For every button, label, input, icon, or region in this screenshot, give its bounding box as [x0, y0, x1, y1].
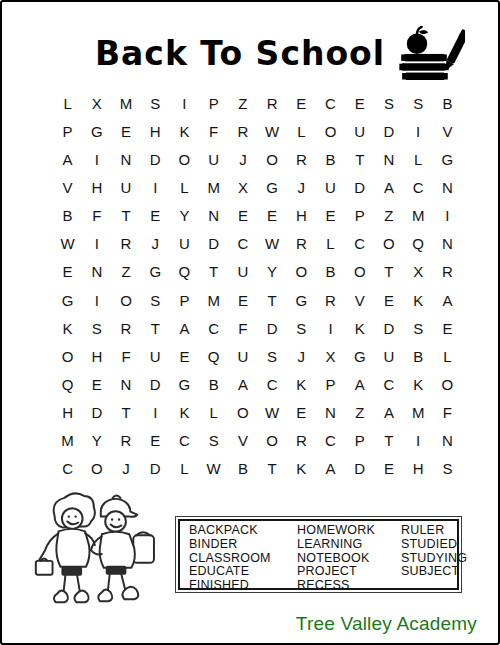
- grid-cell-r8c1[interactable]: G: [53, 286, 82, 314]
- grid-cell-r13c4[interactable]: E: [141, 427, 170, 455]
- grid-cell-r10c11[interactable]: G: [345, 342, 374, 370]
- grid-cell-r12c1[interactable]: H: [53, 399, 82, 427]
- grid-cell-r8c7[interactable]: E: [228, 286, 257, 314]
- grid-cell-r6c8[interactable]: W: [257, 230, 286, 258]
- grid-cell-r5c7[interactable]: E: [228, 202, 257, 230]
- grid-cell-r10c12[interactable]: U: [374, 342, 403, 370]
- grid-cell-r7c2[interactable]: N: [82, 258, 111, 286]
- grid-cell-r2c2[interactable]: G: [82, 117, 111, 145]
- grid-cell-r4c10[interactable]: U: [316, 173, 345, 201]
- grid-cell-r14c9[interactable]: K: [287, 455, 316, 483]
- grid-cell-r10c8[interactable]: S: [257, 342, 286, 370]
- grid-cell-r12c2[interactable]: D: [82, 399, 111, 427]
- grid-cell-r13c6[interactable]: S: [199, 427, 228, 455]
- grid-cell-r12c10[interactable]: N: [316, 399, 345, 427]
- grid-cell-r11c5[interactable]: G: [170, 370, 199, 398]
- grid-cell-r14c11[interactable]: D: [345, 455, 374, 483]
- grid-cell-r11c6[interactable]: B: [199, 370, 228, 398]
- grid-cell-r6c4[interactable]: J: [141, 230, 170, 258]
- grid-cell-r13c1[interactable]: M: [53, 427, 82, 455]
- grid-cell-r7c5[interactable]: Q: [170, 258, 199, 286]
- grid-cell-r5c9[interactable]: H: [287, 202, 316, 230]
- grid-cell-r2c5[interactable]: K: [170, 117, 199, 145]
- grid-cell-r4c2[interactable]: H: [82, 173, 111, 201]
- grid-cell-r7c3[interactable]: Z: [111, 258, 140, 286]
- grid-cell-r10c7[interactable]: U: [228, 342, 257, 370]
- grid-cell-r4c7[interactable]: X: [228, 173, 257, 201]
- grid-cell-r11c7[interactable]: A: [228, 370, 257, 398]
- grid-cell-r1c14[interactable]: B: [433, 89, 462, 117]
- grid-cell-r9c2[interactable]: S: [82, 314, 111, 342]
- grid-cell-r8c12[interactable]: E: [374, 286, 403, 314]
- grid-cell-r3c9[interactable]: R: [287, 145, 316, 173]
- grid-cell-r9c6[interactable]: C: [199, 314, 228, 342]
- grid-cell-r12c12[interactable]: A: [374, 399, 403, 427]
- grid-cell-r12c11[interactable]: Z: [345, 399, 374, 427]
- grid-cell-r3c3[interactable]: N: [111, 145, 140, 173]
- grid-cell-r2c13[interactable]: I: [404, 117, 433, 145]
- word-item: FINISHED: [189, 579, 297, 593]
- word-item: PROJECT: [297, 565, 401, 579]
- grid-cell-r7c1[interactable]: E: [53, 258, 82, 286]
- grid-cell-r10c5[interactable]: E: [170, 342, 199, 370]
- grid-cell-r10c13[interactable]: B: [404, 342, 433, 370]
- grid-cell-r2c4[interactable]: H: [141, 117, 170, 145]
- grid-cell-r13c10[interactable]: C: [316, 427, 345, 455]
- grid-cell-r1c9[interactable]: E: [287, 89, 316, 117]
- grid-cell-r13c9[interactable]: R: [287, 427, 316, 455]
- grid-cell-r8c11[interactable]: V: [345, 286, 374, 314]
- grid-cell-r10c4[interactable]: U: [141, 342, 170, 370]
- grid-cell-r2c3[interactable]: E: [111, 117, 140, 145]
- grid-cell-r3c13[interactable]: L: [404, 145, 433, 173]
- grid-cell-r7c11[interactable]: O: [345, 258, 374, 286]
- grid-cell-r4c4[interactable]: I: [141, 173, 170, 201]
- grid-cell-r3c11[interactable]: T: [345, 145, 374, 173]
- grid-cell-r12c8[interactable]: W: [257, 399, 286, 427]
- grid-cell-r10c6[interactable]: Q: [199, 342, 228, 370]
- grid-cell-r1c6[interactable]: P: [199, 89, 228, 117]
- grid-cell-r13c2[interactable]: Y: [82, 427, 111, 455]
- grid-cell-r2c7[interactable]: R: [228, 117, 257, 145]
- grid-cell-r12c7[interactable]: O: [228, 399, 257, 427]
- grid-cell-r6c3[interactable]: R: [111, 230, 140, 258]
- grid-cell-r9c11[interactable]: K: [345, 314, 374, 342]
- grid-cell-r4c8[interactable]: G: [257, 173, 286, 201]
- grid-cell-r7c13[interactable]: X: [404, 258, 433, 286]
- grid-cell-r8c8[interactable]: T: [257, 286, 286, 314]
- grid-cell-r2c6[interactable]: F: [199, 117, 228, 145]
- grid-cell-r9c10[interactable]: I: [316, 314, 345, 342]
- grid-cell-r1c7[interactable]: Z: [228, 89, 257, 117]
- grid-cell-r14c3[interactable]: J: [111, 455, 140, 483]
- grid-cell-r12c14[interactable]: F: [433, 399, 462, 427]
- grid-cell-r13c8[interactable]: O: [257, 427, 286, 455]
- grid-cell-r7c12[interactable]: T: [374, 258, 403, 286]
- grid-cell-r5c11[interactable]: P: [345, 202, 374, 230]
- grid-cell-r7c4[interactable]: G: [141, 258, 170, 286]
- grid-cell-r1c12[interactable]: S: [374, 89, 403, 117]
- grid-cell-r1c11[interactable]: E: [345, 89, 374, 117]
- grid-cell-r2c10[interactable]: O: [316, 117, 345, 145]
- grid-cell-r8c10[interactable]: R: [316, 286, 345, 314]
- grid-cell-r14c2[interactable]: O: [82, 455, 111, 483]
- grid-cell-r3c12[interactable]: N: [374, 145, 403, 173]
- grid-cell-r2c1[interactable]: P: [53, 117, 82, 145]
- credit-text: Tree Valley Academy: [296, 613, 477, 635]
- grid-cell-r12c5[interactable]: K: [170, 399, 199, 427]
- word-item: RECESS: [297, 579, 401, 593]
- word-list-column-3: RULERSTUDIEDSTUDYINGSUBJECT: [401, 524, 467, 593]
- grid-cell-r10c3[interactable]: F: [111, 342, 140, 370]
- word-item: STUDYING: [401, 552, 467, 566]
- grid-cell-r4c5[interactable]: L: [170, 173, 199, 201]
- grid-cell-r6c2[interactable]: I: [82, 230, 111, 258]
- grid-cell-r5c10[interactable]: E: [316, 202, 345, 230]
- word-list-columns: BACKPACKBINDERCLASSROOMEDUCATEFINISHEDHO…: [178, 519, 459, 590]
- grid-cell-r4c3[interactable]: U: [111, 173, 140, 201]
- grid-cell-r11c4[interactable]: D: [141, 370, 170, 398]
- grid-cell-r4c14[interactable]: N: [433, 173, 462, 201]
- grid-cell-r5c8[interactable]: E: [257, 202, 286, 230]
- grid-cell-r9c5[interactable]: A: [170, 314, 199, 342]
- grid-cell-r10c2[interactable]: H: [82, 342, 111, 370]
- grid-cell-r1c5[interactable]: I: [170, 89, 199, 117]
- grid-cell-r5c6[interactable]: N: [199, 202, 228, 230]
- grid-cell-r7c7[interactable]: U: [228, 258, 257, 286]
- word-item: LEARNING: [297, 538, 401, 552]
- grid-cell-r9c9[interactable]: S: [287, 314, 316, 342]
- grid-cell-r6c1[interactable]: W: [53, 230, 82, 258]
- grid-cell-r4c9[interactable]: J: [287, 173, 316, 201]
- grid-cell-r5c1[interactable]: B: [53, 202, 82, 230]
- grid-cell-r2c11[interactable]: U: [345, 117, 374, 145]
- two-kids-with-backpacks-illustration: [14, 490, 162, 616]
- grid-cell-r3c10[interactable]: B: [316, 145, 345, 173]
- grid-cell-r14c4[interactable]: D: [141, 455, 170, 483]
- grid-cell-r11c9[interactable]: K: [287, 370, 316, 398]
- grid-cell-r7c6[interactable]: T: [199, 258, 228, 286]
- grid-cell-r14c14[interactable]: S: [433, 455, 462, 483]
- grid-cell-r13c5[interactable]: C: [170, 427, 199, 455]
- grid-cell-r6c5[interactable]: U: [170, 230, 199, 258]
- grid-cell-r3c7[interactable]: J: [228, 145, 257, 173]
- grid-cell-r2c14[interactable]: V: [433, 117, 462, 145]
- word-item: NOTEBOOK: [297, 552, 401, 566]
- grid-cell-r12c4[interactable]: I: [141, 399, 170, 427]
- grid-cell-r1c10[interactable]: C: [316, 89, 345, 117]
- word-item: RULER: [401, 524, 467, 538]
- grid-cell-r3c1[interactable]: A: [53, 145, 82, 173]
- grid-cell-r11c1[interactable]: Q: [53, 370, 82, 398]
- grid-cell-r13c11[interactable]: P: [345, 427, 374, 455]
- grid-cell-r14c13[interactable]: H: [404, 455, 433, 483]
- grid-cell-r10c10[interactable]: X: [316, 342, 345, 370]
- grid-cell-r9c1[interactable]: K: [53, 314, 82, 342]
- grid-cell-r11c11[interactable]: A: [345, 370, 374, 398]
- grid-cell-r5c13[interactable]: M: [404, 202, 433, 230]
- grid-cell-r5c2[interactable]: F: [82, 202, 111, 230]
- grid-cell-r4c12[interactable]: A: [374, 173, 403, 201]
- grid-cell-r1c8[interactable]: R: [257, 89, 286, 117]
- word-item: STUDIED: [401, 538, 467, 552]
- page-title: Back To School: [95, 34, 385, 73]
- grid-cell-r3c2[interactable]: I: [82, 145, 111, 173]
- grid-cell-r5c12[interactable]: Z: [374, 202, 403, 230]
- grid-cell-r13c14[interactable]: N: [433, 427, 462, 455]
- grid-cell-r12c9[interactable]: E: [287, 399, 316, 427]
- grid-cell-r6c12[interactable]: O: [374, 230, 403, 258]
- grid-cell-r8c4[interactable]: S: [141, 286, 170, 314]
- grid-cell-r14c1[interactable]: C: [53, 455, 82, 483]
- grid-cell-r7c9[interactable]: O: [287, 258, 316, 286]
- grid-cell-r7c8[interactable]: Y: [257, 258, 286, 286]
- grid-cell-r7c14[interactable]: R: [433, 258, 462, 286]
- grid-cell-r3c8[interactable]: O: [257, 145, 286, 173]
- grid-cell-r1c13[interactable]: S: [404, 89, 433, 117]
- grid-cell-r5c14[interactable]: I: [433, 202, 462, 230]
- grid-cell-r2c9[interactable]: L: [287, 117, 316, 145]
- grid-cell-r8c9[interactable]: G: [287, 286, 316, 314]
- grid-cell-r10c1[interactable]: O: [53, 342, 82, 370]
- grid-cell-r3c14[interactable]: G: [433, 145, 462, 173]
- grid-cell-r8c5[interactable]: P: [170, 286, 199, 314]
- grid-cell-r14c10[interactable]: A: [316, 455, 345, 483]
- word-search-grid: LXMSIPZRECESSBPGEHKFRWLOUDIVAINDOUJORBTN…: [53, 89, 462, 483]
- grid-cell-r4c13[interactable]: C: [404, 173, 433, 201]
- grid-cell-r11c12[interactable]: C: [374, 370, 403, 398]
- grid-cell-r11c3[interactable]: N: [111, 370, 140, 398]
- grid-cell-r9c3[interactable]: R: [111, 314, 140, 342]
- grid-cell-r13c7[interactable]: V: [228, 427, 257, 455]
- grid-cell-r13c12[interactable]: T: [374, 427, 403, 455]
- grid-cell-r3c4[interactable]: D: [141, 145, 170, 173]
- grid-cell-r8c6[interactable]: M: [199, 286, 228, 314]
- word-item: BACKPACK: [189, 524, 297, 538]
- word-item: SUBJECT: [401, 565, 467, 579]
- grid-cell-r14c5[interactable]: L: [170, 455, 199, 483]
- grid-cell-r6c7[interactable]: C: [228, 230, 257, 258]
- grid-cell-r6c9[interactable]: R: [287, 230, 316, 258]
- grid-cell-r1c1[interactable]: L: [53, 89, 82, 117]
- grid-cell-r9c8[interactable]: D: [257, 314, 286, 342]
- grid-cell-r12c13[interactable]: M: [404, 399, 433, 427]
- grid-cell-r5c4[interactable]: E: [141, 202, 170, 230]
- grid-cell-r12c6[interactable]: L: [199, 399, 228, 427]
- grid-cell-r14c7[interactable]: B: [228, 455, 257, 483]
- grid-cell-r11c8[interactable]: C: [257, 370, 286, 398]
- grid-cell-r6c13[interactable]: Q: [404, 230, 433, 258]
- word-item: HOMEWORK: [297, 524, 401, 538]
- grid-cell-r1c3[interactable]: M: [111, 89, 140, 117]
- grid-cell-r6c14[interactable]: N: [433, 230, 462, 258]
- grid-cell-r7c10[interactable]: B: [316, 258, 345, 286]
- grid-cell-r1c2[interactable]: X: [82, 89, 111, 117]
- grid-cell-r8c3[interactable]: O: [111, 286, 140, 314]
- grid-cell-r6c10[interactable]: L: [316, 230, 345, 258]
- grid-cell-r2c12[interactable]: D: [374, 117, 403, 145]
- grid-cell-r9c4[interactable]: T: [141, 314, 170, 342]
- grid-cell-r13c13[interactable]: I: [404, 427, 433, 455]
- grid-cell-r14c6[interactable]: W: [199, 455, 228, 483]
- grid-cell-r10c9[interactable]: J: [287, 342, 316, 370]
- grid-cell-r5c3[interactable]: T: [111, 202, 140, 230]
- grid-cell-r11c13[interactable]: K: [404, 370, 433, 398]
- grid-cell-r4c1[interactable]: V: [53, 173, 82, 201]
- word-item: CLASSROOM: [189, 552, 297, 566]
- grid-cell-r14c12[interactable]: E: [374, 455, 403, 483]
- grid-cell-r5c5[interactable]: Y: [170, 202, 199, 230]
- title-row: Back To School: [2, 26, 498, 80]
- word-list-column-1: BACKPACKBINDERCLASSROOMEDUCATEFINISHED: [189, 524, 297, 593]
- grid-cell-r4c6[interactable]: M: [199, 173, 228, 201]
- grid-cell-r6c6[interactable]: D: [199, 230, 228, 258]
- grid-cell-r4c11[interactable]: D: [345, 173, 374, 201]
- grid-cell-r14c8[interactable]: T: [257, 455, 286, 483]
- grid-cell-r11c2[interactable]: E: [82, 370, 111, 398]
- grid-cell-r9c7[interactable]: F: [228, 314, 257, 342]
- grid-cell-r13c3[interactable]: R: [111, 427, 140, 455]
- grid-cell-r9c14[interactable]: E: [433, 314, 462, 342]
- books-apple-pencil-icon: [397, 26, 465, 80]
- grid-cell-r3c5[interactable]: O: [170, 145, 199, 173]
- grid-cell-r12c3[interactable]: T: [111, 399, 140, 427]
- grid-cell-r11c10[interactable]: P: [316, 370, 345, 398]
- word-item: EDUCATE: [189, 565, 297, 579]
- grid-cell-r3c6[interactable]: U: [199, 145, 228, 173]
- grid-cell-r2c8[interactable]: W: [257, 117, 286, 145]
- grid-cell-r9c13[interactable]: S: [404, 314, 433, 342]
- grid-cell-r11c14[interactable]: O: [433, 370, 462, 398]
- grid-cell-r8c13[interactable]: K: [404, 286, 433, 314]
- worksheet-page: Back To School: [0, 0, 500, 645]
- grid-cell-r10c14[interactable]: L: [433, 342, 462, 370]
- grid-cell-r8c2[interactable]: I: [82, 286, 111, 314]
- grid-cell-r1c4[interactable]: S: [141, 89, 170, 117]
- word-item: BINDER: [189, 538, 297, 552]
- word-list-column-2: HOMEWORKLEARNINGNOTEBOOKPROJECTRECESS: [297, 524, 401, 593]
- grid-cell-r8c14[interactable]: A: [433, 286, 462, 314]
- grid-cell-r6c11[interactable]: C: [345, 230, 374, 258]
- word-list-box: BACKPACKBINDERCLASSROOMEDUCATEFINISHEDHO…: [175, 516, 462, 593]
- grid-cell-r9c12[interactable]: D: [374, 314, 403, 342]
